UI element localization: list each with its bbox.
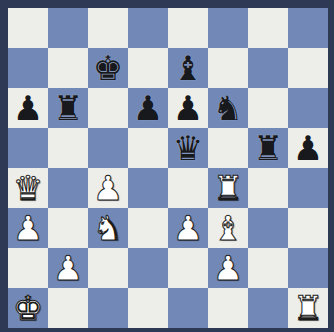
square-f7[interactable]: [208, 48, 248, 88]
square-b4[interactable]: [48, 168, 88, 208]
square-h6[interactable]: [288, 88, 328, 128]
black-pawn-icon[interactable]: ♟: [293, 128, 323, 168]
square-b6[interactable]: ♜: [48, 88, 88, 128]
black-pawn-icon[interactable]: ♟: [13, 88, 43, 128]
square-c5[interactable]: [88, 128, 128, 168]
square-g7[interactable]: [248, 48, 288, 88]
white-bishop-icon[interactable]: ♝: [213, 208, 243, 248]
black-pawn-icon[interactable]: ♟: [133, 88, 163, 128]
square-d5[interactable]: [128, 128, 168, 168]
square-g6[interactable]: [248, 88, 288, 128]
square-d8[interactable]: [128, 8, 168, 48]
square-b7[interactable]: [48, 48, 88, 88]
white-rook-icon[interactable]: ♜: [293, 288, 323, 328]
square-b8[interactable]: [48, 8, 88, 48]
white-king-icon[interactable]: ♚: [13, 288, 43, 328]
square-e6[interactable]: ♟: [168, 88, 208, 128]
square-d7[interactable]: [128, 48, 168, 88]
white-pawn-icon[interactable]: ♟: [173, 208, 203, 248]
square-b5[interactable]: [48, 128, 88, 168]
white-rook-icon[interactable]: ♜: [213, 168, 243, 208]
square-c4[interactable]: ♟: [88, 168, 128, 208]
white-pawn-icon[interactable]: ♟: [93, 168, 123, 208]
square-g1[interactable]: [248, 288, 288, 328]
square-a5[interactable]: [8, 128, 48, 168]
square-a8[interactable]: [8, 8, 48, 48]
square-a1[interactable]: ♚: [8, 288, 48, 328]
square-g5[interactable]: ♜: [248, 128, 288, 168]
square-h2[interactable]: [288, 248, 328, 288]
square-d6[interactable]: ♟: [128, 88, 168, 128]
square-a6[interactable]: ♟: [8, 88, 48, 128]
square-e7[interactable]: ♝: [168, 48, 208, 88]
square-a7[interactable]: [8, 48, 48, 88]
black-rook-icon[interactable]: ♜: [253, 128, 283, 168]
square-h7[interactable]: [288, 48, 328, 88]
black-queen-icon[interactable]: ♛: [173, 128, 203, 168]
square-c3[interactable]: ♞: [88, 208, 128, 248]
white-pawn-icon[interactable]: ♟: [53, 248, 83, 288]
square-e1[interactable]: [168, 288, 208, 328]
square-c2[interactable]: [88, 248, 128, 288]
chess-board: ♚♝♟♜♟♟♞♛♜♟♛♟♜♟♞♟♝♟♟♚♜: [8, 8, 328, 328]
black-pawn-icon[interactable]: ♟: [173, 88, 203, 128]
square-g8[interactable]: [248, 8, 288, 48]
black-king-icon[interactable]: ♚: [93, 48, 123, 88]
black-bishop-icon[interactable]: ♝: [173, 48, 203, 88]
square-f3[interactable]: ♝: [208, 208, 248, 248]
square-e4[interactable]: [168, 168, 208, 208]
square-b1[interactable]: [48, 288, 88, 328]
square-a4[interactable]: ♛: [8, 168, 48, 208]
square-h8[interactable]: [288, 8, 328, 48]
white-knight-icon[interactable]: ♞: [93, 208, 123, 248]
white-pawn-icon[interactable]: ♟: [13, 208, 43, 248]
white-queen-icon[interactable]: ♛: [13, 168, 43, 208]
square-c1[interactable]: [88, 288, 128, 328]
square-d1[interactable]: [128, 288, 168, 328]
square-b2[interactable]: ♟: [48, 248, 88, 288]
square-f4[interactable]: ♜: [208, 168, 248, 208]
square-g4[interactable]: [248, 168, 288, 208]
square-g2[interactable]: [248, 248, 288, 288]
square-b3[interactable]: [48, 208, 88, 248]
black-rook-icon[interactable]: ♜: [53, 88, 83, 128]
square-c7[interactable]: ♚: [88, 48, 128, 88]
square-e5[interactable]: ♛: [168, 128, 208, 168]
square-d2[interactable]: [128, 248, 168, 288]
square-h3[interactable]: [288, 208, 328, 248]
square-f1[interactable]: [208, 288, 248, 328]
square-f5[interactable]: [208, 128, 248, 168]
square-a2[interactable]: [8, 248, 48, 288]
square-f8[interactable]: [208, 8, 248, 48]
square-h5[interactable]: ♟: [288, 128, 328, 168]
square-e3[interactable]: ♟: [168, 208, 208, 248]
square-a3[interactable]: ♟: [8, 208, 48, 248]
black-knight-icon[interactable]: ♞: [213, 88, 243, 128]
square-c8[interactable]: [88, 8, 128, 48]
board-frame: ♚♝♟♜♟♟♞♛♜♟♛♟♜♟♞♟♝♟♟♚♜: [0, 0, 334, 332]
white-pawn-icon[interactable]: ♟: [213, 248, 243, 288]
square-e2[interactable]: [168, 248, 208, 288]
square-f6[interactable]: ♞: [208, 88, 248, 128]
square-e8[interactable]: [168, 8, 208, 48]
square-h4[interactable]: [288, 168, 328, 208]
square-h1[interactable]: ♜: [288, 288, 328, 328]
square-f2[interactable]: ♟: [208, 248, 248, 288]
square-g3[interactable]: [248, 208, 288, 248]
square-d4[interactable]: [128, 168, 168, 208]
square-c6[interactable]: [88, 88, 128, 128]
square-d3[interactable]: [128, 208, 168, 248]
